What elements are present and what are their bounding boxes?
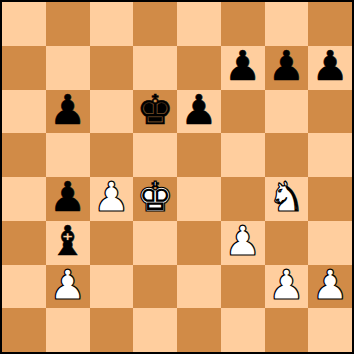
square-c1[interactable] <box>90 308 134 352</box>
square-g1[interactable] <box>265 308 309 352</box>
square-a8[interactable] <box>2 2 46 46</box>
square-f1[interactable] <box>221 308 265 352</box>
square-f8[interactable] <box>221 2 265 46</box>
square-f3[interactable]: ♟ <box>221 221 265 265</box>
square-a2[interactable] <box>2 265 46 309</box>
black-pawn-icon: ♟ <box>49 90 86 131</box>
square-h2[interactable]: ♟ <box>308 265 352 309</box>
white-pawn-icon: ♟ <box>268 265 305 306</box>
black-pawn-icon: ♟ <box>49 177 86 218</box>
square-c8[interactable] <box>90 2 134 46</box>
square-f6[interactable] <box>221 90 265 134</box>
black-bishop-icon: ♝ <box>49 221 86 262</box>
white-pawn-icon: ♟ <box>49 265 86 306</box>
black-pawn-icon: ♟ <box>268 46 305 87</box>
square-g8[interactable] <box>265 2 309 46</box>
square-g7[interactable]: ♟ <box>265 46 309 90</box>
square-c3[interactable] <box>90 221 134 265</box>
square-b8[interactable] <box>46 2 90 46</box>
square-h6[interactable] <box>308 90 352 134</box>
square-a3[interactable] <box>2 221 46 265</box>
square-e7[interactable] <box>177 46 221 90</box>
square-c6[interactable] <box>90 90 134 134</box>
square-c7[interactable] <box>90 46 134 90</box>
square-f5[interactable] <box>221 133 265 177</box>
square-b6[interactable]: ♟ <box>46 90 90 134</box>
square-e5[interactable] <box>177 133 221 177</box>
square-g4[interactable]: ♞ <box>265 177 309 221</box>
square-d7[interactable] <box>133 46 177 90</box>
square-d3[interactable] <box>133 221 177 265</box>
square-c4[interactable]: ♟ <box>90 177 134 221</box>
square-h1[interactable] <box>308 308 352 352</box>
square-b1[interactable] <box>46 308 90 352</box>
square-g6[interactable] <box>265 90 309 134</box>
black-pawn-icon: ♟ <box>312 46 349 87</box>
black-king-icon: ♚ <box>137 90 174 131</box>
square-f2[interactable] <box>221 265 265 309</box>
square-b4[interactable]: ♟ <box>46 177 90 221</box>
square-h5[interactable] <box>308 133 352 177</box>
square-b5[interactable] <box>46 133 90 177</box>
square-d5[interactable] <box>133 133 177 177</box>
white-knight-icon: ♞ <box>268 177 305 218</box>
square-h3[interactable] <box>308 221 352 265</box>
black-pawn-icon: ♟ <box>224 46 261 87</box>
square-h7[interactable]: ♟ <box>308 46 352 90</box>
square-a7[interactable] <box>2 46 46 90</box>
square-g2[interactable]: ♟ <box>265 265 309 309</box>
square-b3[interactable]: ♝ <box>46 221 90 265</box>
square-g5[interactable] <box>265 133 309 177</box>
square-g3[interactable] <box>265 221 309 265</box>
square-h8[interactable] <box>308 2 352 46</box>
square-e3[interactable] <box>177 221 221 265</box>
square-d8[interactable] <box>133 2 177 46</box>
square-e2[interactable] <box>177 265 221 309</box>
square-e1[interactable] <box>177 308 221 352</box>
square-e8[interactable] <box>177 2 221 46</box>
square-a5[interactable] <box>2 133 46 177</box>
square-f4[interactable] <box>221 177 265 221</box>
square-c5[interactable] <box>90 133 134 177</box>
white-king-icon: ♚ <box>137 177 174 218</box>
square-h4[interactable] <box>308 177 352 221</box>
square-d4[interactable]: ♚ <box>133 177 177 221</box>
square-e6[interactable]: ♟ <box>177 90 221 134</box>
square-b2[interactable]: ♟ <box>46 265 90 309</box>
chess-board: ♟♟♟♟♚♟♟♟♚♞♝♟♟♟♟ <box>0 0 354 354</box>
square-c2[interactable] <box>90 265 134 309</box>
square-a4[interactable] <box>2 177 46 221</box>
square-d6[interactable]: ♚ <box>133 90 177 134</box>
square-e4[interactable] <box>177 177 221 221</box>
square-d2[interactable] <box>133 265 177 309</box>
black-pawn-icon: ♟ <box>180 90 217 131</box>
square-f7[interactable]: ♟ <box>221 46 265 90</box>
white-pawn-icon: ♟ <box>224 221 261 262</box>
white-pawn-icon: ♟ <box>93 177 130 218</box>
square-a1[interactable] <box>2 308 46 352</box>
square-b7[interactable] <box>46 46 90 90</box>
square-d1[interactable] <box>133 308 177 352</box>
square-a6[interactable] <box>2 90 46 134</box>
white-pawn-icon: ♟ <box>312 265 349 306</box>
